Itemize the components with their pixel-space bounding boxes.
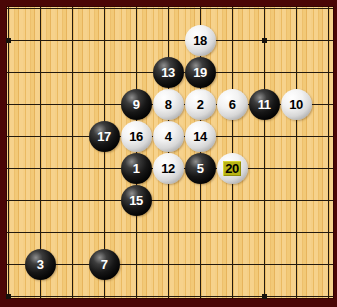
- board-frame: 1234567891011121314151617181920: [0, 0, 337, 307]
- stone-18: 18: [185, 25, 216, 56]
- stone-number: 2: [197, 98, 204, 111]
- last-move-number-highlight: 20: [223, 161, 240, 176]
- stone-number: 14: [193, 130, 206, 143]
- stone-number: 10: [289, 98, 302, 111]
- stone-number: 8: [165, 98, 172, 111]
- stone-13: 13: [153, 57, 184, 88]
- stone-20: 20: [217, 153, 248, 184]
- stone-number: 9: [133, 98, 140, 111]
- stone-11: 11: [249, 89, 280, 120]
- stone-3: 3: [25, 249, 56, 280]
- stone-16: 16: [121, 121, 152, 152]
- stone-number: 15: [129, 194, 142, 207]
- stone-19: 19: [185, 57, 216, 88]
- stone-number: 17: [97, 130, 110, 143]
- stone-15: 15: [121, 185, 152, 216]
- stone-1: 1: [121, 153, 152, 184]
- stone-number: 5: [197, 162, 204, 175]
- star-point: [262, 294, 267, 299]
- stone-17: 17: [89, 121, 120, 152]
- stone-10: 10: [281, 89, 312, 120]
- stone-6: 6: [217, 89, 248, 120]
- stone-number: 3: [37, 258, 44, 271]
- stone-number: 1: [133, 162, 140, 175]
- stone-number: 16: [129, 130, 142, 143]
- stone-4: 4: [153, 121, 184, 152]
- stone-number: 12: [161, 162, 174, 175]
- stone-2: 2: [185, 89, 216, 120]
- stone-14: 14: [185, 121, 216, 152]
- stone-number: 19: [193, 66, 206, 79]
- star-point: [262, 38, 267, 43]
- stone-number: 13: [161, 66, 174, 79]
- stone-number: 6: [229, 98, 236, 111]
- star-point: [6, 38, 11, 43]
- stone-number: 4: [165, 130, 172, 143]
- star-point: [6, 294, 11, 299]
- stone-12: 12: [153, 153, 184, 184]
- stone-8: 8: [153, 89, 184, 120]
- stone-5: 5: [185, 153, 216, 184]
- stone-number: 7: [101, 258, 108, 271]
- goban[interactable]: 1234567891011121314151617181920: [7, 7, 333, 298]
- stone-number: 18: [193, 34, 206, 47]
- stone-7: 7: [89, 249, 120, 280]
- stone-9: 9: [121, 89, 152, 120]
- stone-number: 11: [258, 98, 271, 111]
